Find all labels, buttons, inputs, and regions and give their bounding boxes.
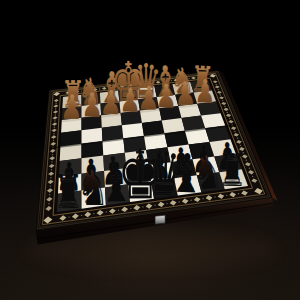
piece-black-rook[interactable]: ♜ [217, 144, 247, 196]
border-motif-dot [53, 133, 54, 134]
box-clasp[interactable] [155, 215, 165, 224]
border-motif-dot [216, 84, 217, 85]
chessboard-scene: ♜♞♝♚♛♝♞♜♟♟♟♟♟♟♟♟♟♟♟♟♟♟♟♟♜♞♝♚♛♝♞♜ [0, 0, 300, 300]
piece-glyph: ♟ [194, 73, 216, 111]
border-motif-dot [50, 185, 51, 186]
piece-white-pawn[interactable]: ♟ [194, 73, 216, 111]
border-motif-dot [55, 108, 56, 109]
piece-white-pawn[interactable]: ♟ [174, 75, 196, 113]
border-motif-dot [218, 89, 219, 90]
photo-scene: ♜♞♝♚♛♝♞♜♟♟♟♟♟♟♟♟♟♟♟♟♟♟♟♟♜♞♝♚♛♝♞♜ [0, 0, 300, 300]
border-motif-dot [49, 194, 50, 195]
piece-glyph: ♟ [174, 75, 196, 113]
border-motif-dot [227, 112, 228, 113]
piece-white-pawn[interactable]: ♟ [60, 88, 84, 128]
border-motif-dot [50, 177, 51, 178]
piece-glyph: ♟ [60, 88, 84, 128]
border-motif-dot [229, 118, 230, 119]
border-motif-dot [220, 94, 221, 95]
border-motif-dot [53, 140, 54, 141]
border-motif-dot [55, 114, 56, 115]
border-motif-dot [249, 168, 250, 169]
border-motif-dot [54, 120, 55, 121]
border-motif-dot [224, 106, 225, 107]
border-motif-dot [234, 131, 235, 132]
border-motif-dot [222, 100, 223, 101]
border-motif-dot [52, 154, 53, 155]
border-motif-dot [54, 127, 55, 128]
border-motif-dot [51, 161, 52, 162]
border-motif-dot [252, 176, 253, 177]
piece-glyph: ♜ [217, 144, 247, 196]
border-motif-dot [55, 103, 56, 104]
border-motif-dot [48, 203, 49, 204]
